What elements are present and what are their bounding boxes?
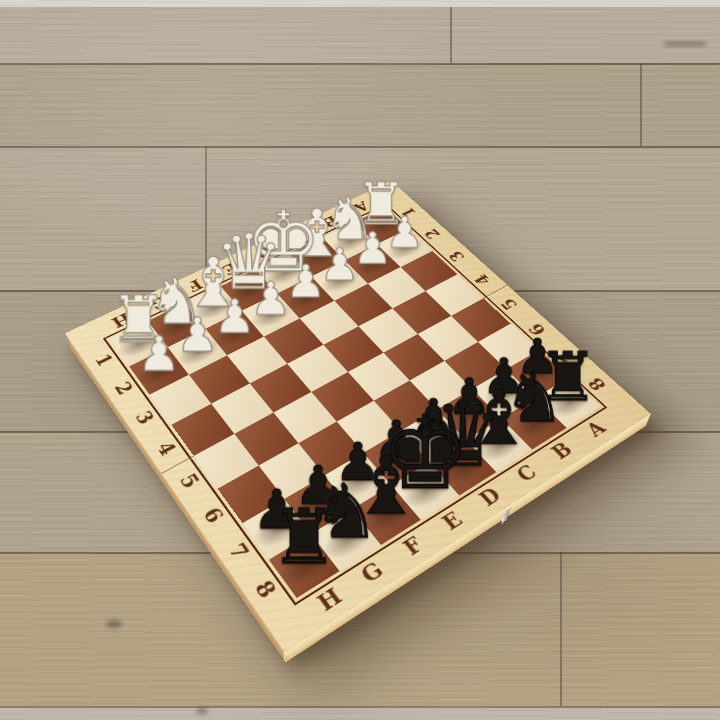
board-scene: ♜♞♝♛♚♝♞♜♟♟♟♟♟♟♟♟♟♟♟♟♟♟♟♟♜♞♝♚♛♝♞♜ 1122334… — [0, 0, 720, 720]
pawn-glyph: ♟ — [137, 329, 180, 377]
rook-glyph: ♜ — [270, 499, 339, 576]
squares-grid: ♜♞♝♛♚♝♞♜♟♟♟♟♟♟♟♟♟♟♟♟♟♟♟♟♜♞♝♚♛♝♞♜ — [109, 207, 600, 598]
chess-photo-stage: ♜♞♝♛♚♝♞♜♟♟♟♟♟♟♟♟♟♟♟♟♟♟♟♟♜♞♝♚♛♝♞♜ 1122334… — [0, 0, 720, 720]
board-top-face: ♜♞♝♛♚♝♞♜♟♟♟♟♟♟♟♟♟♟♟♟♟♟♟♟♜♞♝♚♛♝♞♜ 1122334… — [65, 181, 651, 652]
square-h8[interactable]: ♜ — [269, 534, 340, 598]
pawn-glyph: ♟ — [214, 293, 256, 339]
chess-board: ♜♞♝♛♚♝♞♜♟♟♟♟♟♟♟♟♟♟♟♟♟♟♟♟♜♞♝♚♛♝♞♜ 1122334… — [65, 181, 651, 652]
metal-clasp-latch — [501, 508, 510, 526]
square-d5[interactable] — [348, 353, 410, 401]
pawn-glyph: ♟ — [176, 311, 218, 358]
pawn-glyph: ♟ — [250, 275, 291, 321]
pawn-glyph: ♟ — [286, 258, 326, 303]
